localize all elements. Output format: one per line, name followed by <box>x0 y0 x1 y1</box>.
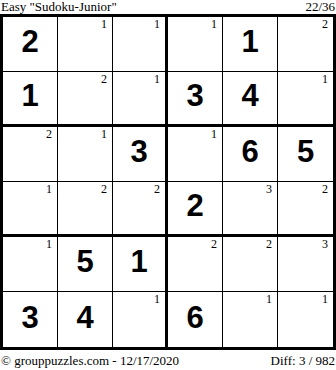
board: 211112121341213165122232151223341611 <box>0 14 336 350</box>
cell-value: 6 <box>241 136 258 167</box>
cell-r5c4[interactable]: 2 <box>168 237 223 292</box>
candidate-count-mark: 1 <box>46 238 52 250</box>
cell-r6c3[interactable]: 1 <box>113 292 168 347</box>
candidate-count-mark: 1 <box>101 18 107 30</box>
candidate-count-mark: 2 <box>101 73 107 85</box>
cell-value: 2 <box>186 190 203 221</box>
footer: © grouppuzzles.com - 12/17/2020 Diff: 3 … <box>0 350 336 370</box>
candidate-count-mark: 3 <box>266 183 272 195</box>
cell-value: 5 <box>76 246 93 277</box>
cell-r2c4[interactable]: 3 <box>168 72 223 127</box>
candidate-count-mark: 1 <box>266 293 272 305</box>
candidate-count-mark: 1 <box>322 293 328 305</box>
cell-r1c6[interactable]: 2 <box>278 17 333 72</box>
cell-r6c1[interactable]: 3 <box>3 292 58 347</box>
cell-r5c2[interactable]: 5 <box>58 237 113 292</box>
cell-r4c1[interactable]: 1 <box>3 182 58 237</box>
cell-r6c2[interactable]: 4 <box>58 292 113 347</box>
candidate-count-mark: 1 <box>211 18 217 30</box>
cell-r6c5[interactable]: 1 <box>223 292 278 347</box>
puzzle-page: Easy "Sudoku-Junior" 22/36 2111121213412… <box>0 0 336 370</box>
cell-value: 1 <box>130 246 147 277</box>
cell-r5c5[interactable]: 2 <box>223 237 278 292</box>
candidate-count-mark: 1 <box>101 128 107 140</box>
candidate-count-mark: 1 <box>211 128 217 140</box>
cell-r2c6[interactable]: 1 <box>278 72 333 127</box>
cell-r6c6[interactable]: 1 <box>278 292 333 347</box>
cell-r1c1[interactable]: 2 <box>3 17 58 72</box>
cell-r5c1[interactable]: 1 <box>3 237 58 292</box>
copyright-text: © grouppuzzles.com - 12/17/2020 <box>1 354 179 368</box>
candidate-count-mark: 3 <box>322 238 328 250</box>
cell-value: 5 <box>297 136 314 167</box>
cell-r3c2[interactable]: 1 <box>58 127 113 182</box>
cell-r4c5[interactable]: 3 <box>223 182 278 237</box>
candidate-count-mark: 1 <box>154 18 160 30</box>
candidate-count-mark: 2 <box>322 18 328 30</box>
cell-r4c4[interactable]: 2 <box>168 182 223 237</box>
cell-value: 3 <box>130 136 147 167</box>
candidate-count-mark: 1 <box>46 183 52 195</box>
header: Easy "Sudoku-Junior" 22/36 <box>0 0 336 14</box>
cell-r1c5[interactable]: 1 <box>223 17 278 72</box>
cell-value: 1 <box>241 26 258 57</box>
cell-value: 3 <box>186 80 203 111</box>
cell-value: 1 <box>21 80 38 111</box>
candidate-count-mark: 2 <box>154 183 160 195</box>
cell-r1c4[interactable]: 1 <box>168 17 223 72</box>
cell-r3c1[interactable]: 2 <box>3 127 58 182</box>
cell-r1c2[interactable]: 1 <box>58 17 113 72</box>
cell-r2c3[interactable]: 1 <box>113 72 168 127</box>
cell-r2c5[interactable]: 4 <box>223 72 278 127</box>
cell-r5c6[interactable]: 3 <box>278 237 333 292</box>
cell-r5c3[interactable]: 1 <box>113 237 168 292</box>
cell-value: 3 <box>21 302 38 333</box>
cell-r3c4[interactable]: 1 <box>168 127 223 182</box>
cell-r3c5[interactable]: 6 <box>223 127 278 182</box>
candidate-count-mark: 2 <box>46 128 52 140</box>
candidate-count-mark: 2 <box>101 183 107 195</box>
cell-r4c3[interactable]: 2 <box>113 182 168 237</box>
candidate-count-mark: 2 <box>322 183 328 195</box>
cell-r2c2[interactable]: 2 <box>58 72 113 127</box>
candidate-count-mark: 1 <box>322 73 328 85</box>
cell-r4c6[interactable]: 2 <box>278 182 333 237</box>
puzzle-title: Easy "Sudoku-Junior" <box>1 0 117 14</box>
cell-value: 4 <box>76 302 93 333</box>
cell-value: 4 <box>241 80 258 111</box>
cell-r4c2[interactable]: 2 <box>58 182 113 237</box>
candidate-count-mark: 2 <box>266 238 272 250</box>
cell-r1c3[interactable]: 1 <box>113 17 168 72</box>
candidate-count-mark: 1 <box>154 293 160 305</box>
progress-counter: 22/36 <box>305 0 335 14</box>
cell-value: 6 <box>186 302 203 333</box>
candidate-count-mark: 2 <box>211 238 217 250</box>
cell-r3c3[interactable]: 3 <box>113 127 168 182</box>
cell-r3c6[interactable]: 5 <box>278 127 333 182</box>
difficulty-text: Diff: 3 / 982 <box>271 354 335 368</box>
cell-value: 2 <box>21 26 38 57</box>
cell-r6c4[interactable]: 6 <box>168 292 223 347</box>
candidate-count-mark: 1 <box>154 73 160 85</box>
cell-r2c1[interactable]: 1 <box>3 72 58 127</box>
